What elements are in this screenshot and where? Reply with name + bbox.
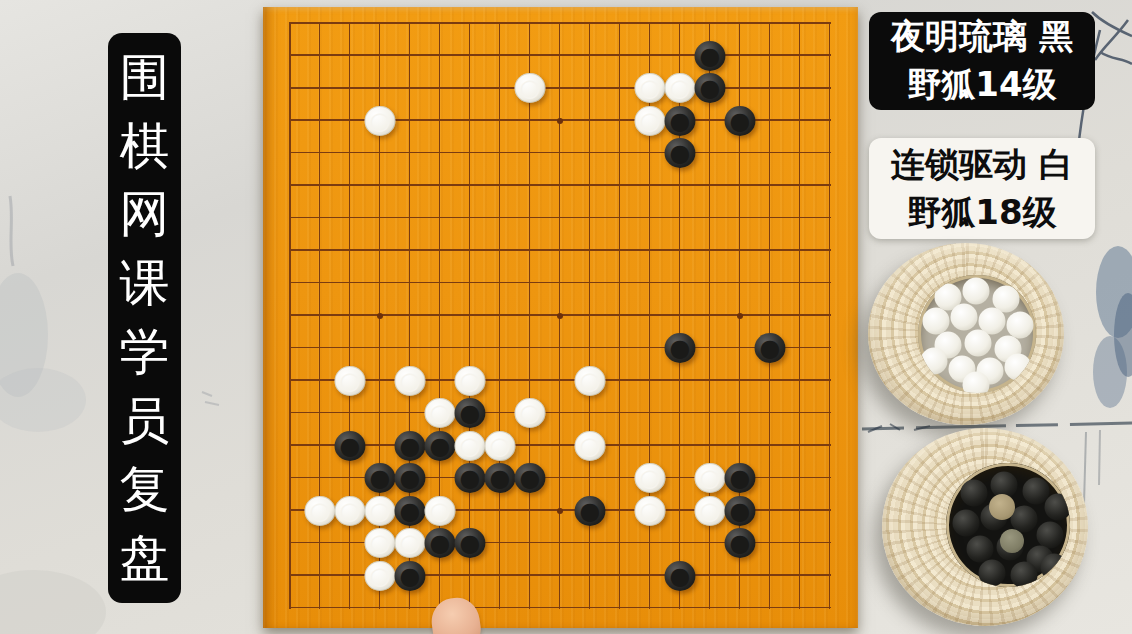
white-stone: ○ bbox=[575, 366, 606, 396]
black-stone: ● bbox=[665, 333, 696, 363]
photo-stage: 围 棋 网 课 学 员 复 盘 ●○○○●○○●●●●●○○○○○●○●●●○○… bbox=[0, 0, 1132, 634]
white-stone: ○ bbox=[455, 366, 486, 396]
bowl-stone bbox=[951, 304, 978, 331]
black-stone: ● bbox=[725, 496, 756, 526]
title-char: 网 bbox=[120, 181, 170, 248]
white-stone: ○ bbox=[455, 431, 486, 461]
black-stone: ● bbox=[425, 431, 456, 461]
white-stone: ○ bbox=[695, 463, 726, 493]
white-stone: ○ bbox=[635, 463, 666, 493]
white-stone-bowl bbox=[868, 243, 1064, 425]
white-stone: ○ bbox=[665, 73, 696, 103]
black-stone: ● bbox=[665, 561, 696, 591]
black-stone: ● bbox=[485, 463, 516, 493]
black-stone: ● bbox=[395, 496, 426, 526]
white-stone: ○ bbox=[365, 561, 396, 591]
bowl-stone bbox=[1041, 554, 1068, 581]
white-stone: ○ bbox=[305, 496, 336, 526]
white-player-name: 连锁驱动 白 bbox=[891, 141, 1073, 189]
black-stone: ● bbox=[695, 73, 726, 103]
black-stone: ● bbox=[725, 528, 756, 558]
black-stone: ● bbox=[455, 463, 486, 493]
white-stone: ○ bbox=[395, 528, 426, 558]
black-stone: ● bbox=[725, 463, 756, 493]
star-point bbox=[557, 508, 563, 514]
white-stone: ○ bbox=[335, 496, 366, 526]
bowl-stone bbox=[1005, 354, 1032, 381]
white-stone: ○ bbox=[635, 496, 666, 526]
title-char: 课 bbox=[120, 250, 170, 317]
title-char: 围 bbox=[120, 44, 170, 111]
white-stone: ○ bbox=[515, 398, 546, 428]
left-title-banner: 围 棋 网 课 学 员 复 盘 bbox=[108, 33, 181, 603]
bowl-stone bbox=[1011, 562, 1038, 588]
white-player-banner: 连锁驱动 白 野狐18级 bbox=[869, 138, 1095, 239]
title-char: 棋 bbox=[120, 113, 170, 180]
black-stone: ● bbox=[395, 463, 426, 493]
white-stone: ○ bbox=[575, 431, 606, 461]
star-point bbox=[377, 313, 383, 319]
black-stone: ● bbox=[455, 528, 486, 558]
white-stone: ○ bbox=[365, 496, 396, 526]
black-bowl-opening bbox=[946, 463, 1070, 587]
white-stone: ○ bbox=[395, 366, 426, 396]
title-char: 员 bbox=[120, 388, 170, 455]
bowl-stone bbox=[963, 372, 990, 394]
white-stone: ○ bbox=[695, 496, 726, 526]
bowl-stone bbox=[979, 560, 1006, 587]
title-char: 复 bbox=[120, 456, 170, 523]
black-stone-bowl bbox=[882, 428, 1088, 626]
white-bowl-opening bbox=[918, 275, 1036, 393]
bowl-stone bbox=[965, 330, 992, 357]
white-stone: ○ bbox=[365, 528, 396, 558]
star-point bbox=[737, 313, 743, 319]
black-stone: ● bbox=[365, 463, 396, 493]
black-stone: ● bbox=[695, 41, 726, 71]
goban-grid[interactable]: ●○○○●○○●●●●●○○○○○●○●●●○○○●●●●●○○●○○○●○●○… bbox=[289, 22, 831, 609]
white-stone: ○ bbox=[635, 73, 666, 103]
black-player-rank: 野狐14级 bbox=[907, 61, 1056, 109]
bowl-stone bbox=[989, 494, 1015, 520]
black-stone: ● bbox=[335, 431, 366, 461]
bowl-stone bbox=[967, 536, 994, 563]
white-stone: ○ bbox=[635, 106, 666, 136]
black-stone: ● bbox=[725, 106, 756, 136]
leaf-blobs bbox=[1093, 246, 1132, 408]
white-stone: ○ bbox=[335, 366, 366, 396]
go-board: ●○○○●○○●●●●●○○○○○●○●●●○○○●●●●●○○●○○○●○●○… bbox=[263, 7, 858, 628]
black-stone: ● bbox=[665, 138, 696, 168]
black-stone: ● bbox=[515, 463, 546, 493]
black-stone: ● bbox=[395, 431, 426, 461]
bowl-stone bbox=[961, 480, 988, 507]
white-stone: ○ bbox=[425, 496, 456, 526]
white-stone: ○ bbox=[365, 106, 396, 136]
white-stone: ○ bbox=[515, 73, 546, 103]
white-player-rank: 野狐18级 bbox=[907, 189, 1056, 237]
black-stone: ● bbox=[425, 528, 456, 558]
black-stone: ● bbox=[455, 398, 486, 428]
star-point bbox=[557, 313, 563, 319]
bowl-stone bbox=[1037, 522, 1064, 549]
star-point bbox=[557, 118, 563, 124]
title-char: 学 bbox=[120, 319, 170, 386]
bowl-stone bbox=[1000, 529, 1024, 553]
bowl-stone bbox=[1045, 494, 1071, 521]
white-stone: ○ bbox=[485, 431, 516, 461]
bowl-stone bbox=[1007, 312, 1034, 339]
title-char: 盘 bbox=[120, 525, 170, 592]
bowl-stone bbox=[953, 510, 980, 537]
black-stone: ● bbox=[575, 496, 606, 526]
white-stone: ○ bbox=[425, 398, 456, 428]
black-player-banner: 夜明琉璃 黑 野狐14级 bbox=[869, 12, 1095, 110]
black-stone: ● bbox=[395, 561, 426, 591]
bowl-stone bbox=[963, 278, 990, 305]
bowl-stone bbox=[921, 348, 948, 375]
black-stone: ● bbox=[755, 333, 786, 363]
black-stone: ● bbox=[665, 106, 696, 136]
black-player-name: 夜明琉璃 黑 bbox=[891, 13, 1073, 61]
bowl-stone bbox=[923, 308, 950, 335]
